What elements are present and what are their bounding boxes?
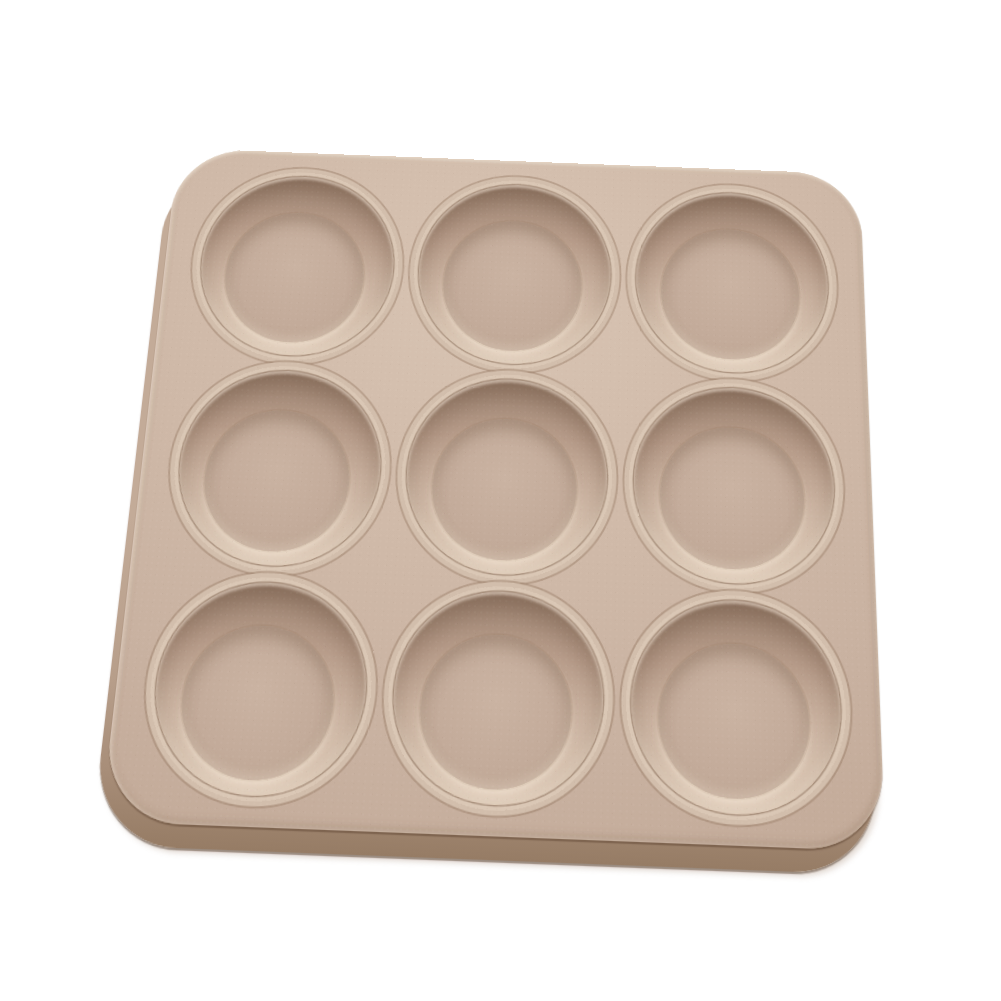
muffin-cup-r2c3 xyxy=(619,376,851,596)
muffin-cup-r1c3 xyxy=(622,182,844,384)
muffin-cup-r2c2 xyxy=(387,368,622,588)
cup-grid xyxy=(101,148,886,851)
muffin-cup-r3c1 xyxy=(129,569,387,809)
muffin-cup-r1c1 xyxy=(178,166,412,368)
pan-perspective-wrapper xyxy=(101,148,886,851)
muffin-cup-r2c1 xyxy=(154,359,399,578)
photo-canvas xyxy=(0,0,1001,1001)
muffin-cup-r3c3 xyxy=(616,587,859,828)
muffin-cup-r3c2 xyxy=(372,578,619,818)
muffin-pan xyxy=(101,148,886,851)
muffin-cup-r1c2 xyxy=(400,174,625,376)
